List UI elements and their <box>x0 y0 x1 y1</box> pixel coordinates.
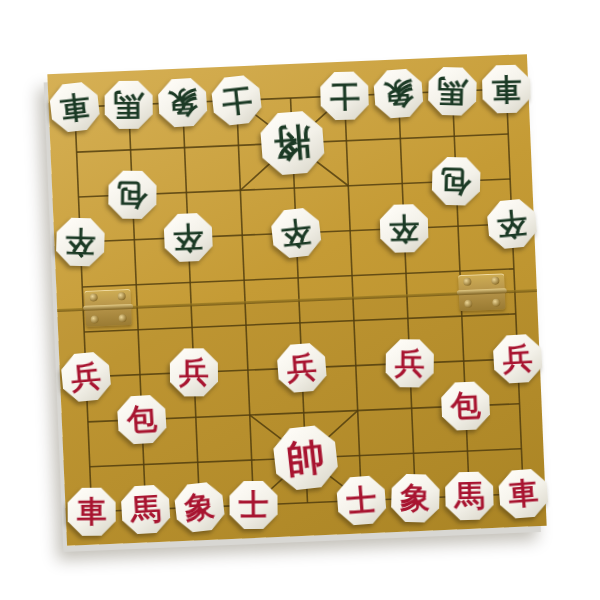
piece-body: 車 <box>68 488 116 536</box>
piece-glyph-horse: 馬 <box>437 76 468 107</box>
piece-body: 卒 <box>56 217 105 266</box>
piece-red-advisor[interactable]: 士 <box>229 481 277 529</box>
piece-body: 士 <box>210 74 263 127</box>
piece-red-horse[interactable]: 馬 <box>120 484 171 535</box>
piece-body: 車 <box>498 468 550 520</box>
piece-body: 包 <box>432 157 481 206</box>
piece-red-soldier[interactable]: 兵 <box>276 342 328 394</box>
piece-body: 象 <box>173 481 226 534</box>
piece-red-chariot[interactable]: 車 <box>498 468 550 520</box>
piece-black-horse[interactable]: 馬 <box>105 81 153 129</box>
piece-body: 馬 <box>445 471 494 520</box>
piece-body: 車 <box>48 81 101 134</box>
piece-red-horse[interactable]: 馬 <box>445 471 494 520</box>
piece-black-cannon[interactable]: 包 <box>108 171 157 220</box>
piece-black-cannon[interactable]: 包 <box>432 157 481 206</box>
xiangqi-set-photo: 車馬象士士象馬車將包包卒卒卒卒卒兵兵兵兵兵包包帥車馬象士士象馬車 <box>47 54 546 546</box>
piece-red-chariot[interactable]: 車 <box>68 488 116 536</box>
piece-body: 帥 <box>271 424 340 493</box>
piece-body: 兵 <box>276 342 328 394</box>
piece-red-soldier[interactable]: 兵 <box>386 339 435 388</box>
piece-glyph-chariot: 車 <box>77 497 107 527</box>
piece-black-elephant[interactable]: 象 <box>157 77 208 128</box>
piece-body: 馬 <box>120 484 171 535</box>
piece-body: 兵 <box>60 351 112 403</box>
piece-red-cannon[interactable]: 包 <box>116 394 167 445</box>
piece-glyph-soldier: 卒 <box>173 222 204 253</box>
piece-glyph-advisor: 士 <box>329 80 360 111</box>
piece-glyph-advisor: 士 <box>345 484 377 516</box>
piece-black-chariot[interactable]: 車 <box>482 64 531 113</box>
piece-black-elephant[interactable]: 象 <box>373 68 425 120</box>
piece-body: 將 <box>259 110 326 177</box>
piece-black-advisor[interactable]: 士 <box>210 74 263 127</box>
piece-glyph-chariot: 車 <box>491 74 522 105</box>
piece-body: 象 <box>373 68 425 120</box>
piece-glyph-soldier: 兵 <box>286 352 318 384</box>
piece-black-horse[interactable]: 馬 <box>428 67 477 116</box>
piece-glyph-advisor: 士 <box>238 490 268 520</box>
piece-glyph-cannon: 包 <box>441 166 472 197</box>
piece-glyph-cannon: 包 <box>450 390 481 421</box>
xiangqi-board[interactable]: 車馬象士士象馬車將包包卒卒卒卒卒兵兵兵兵兵包包帥車馬象士士象馬車 <box>47 54 546 546</box>
piece-body: 士 <box>320 71 369 120</box>
piece-glyph-soldier: 兵 <box>502 343 534 375</box>
piece-body: 士 <box>336 475 388 527</box>
piece-body: 兵 <box>492 333 543 384</box>
piece-body: 象 <box>391 474 440 523</box>
piece-body: 馬 <box>428 67 477 116</box>
piece-red-elephant[interactable]: 象 <box>173 481 226 534</box>
piece-glyph-cannon: 包 <box>117 180 147 210</box>
piece-black-soldier[interactable]: 卒 <box>163 213 213 263</box>
piece-glyph-soldier: 兵 <box>70 361 103 394</box>
piece-glyph-soldier: 兵 <box>179 357 209 387</box>
piece-glyph-soldier: 卒 <box>280 216 313 249</box>
piece-body: 士 <box>229 481 277 529</box>
piece-body: 包 <box>441 381 491 431</box>
piece-red-soldier[interactable]: 兵 <box>60 351 112 403</box>
piece-red-advisor[interactable]: 士 <box>336 475 388 527</box>
piece-black-chariot[interactable]: 車 <box>48 81 101 134</box>
piece-black-soldier[interactable]: 卒 <box>56 217 105 266</box>
piece-glyph-soldier: 卒 <box>496 208 529 241</box>
piece-glyph-soldier: 卒 <box>65 227 96 258</box>
piece-glyph-elephant: 象 <box>382 77 414 109</box>
piece-red-general[interactable]: 帥 <box>271 424 340 493</box>
piece-body: 包 <box>108 171 157 220</box>
piece-black-general[interactable]: 將 <box>259 110 326 177</box>
piece-glyph-cannon: 包 <box>126 404 158 436</box>
pieces-layer: 車馬象士士象馬車將包包卒卒卒卒卒兵兵兵兵兵包包帥車馬象士士象馬車 <box>47 54 546 546</box>
piece-glyph-horse: 馬 <box>454 481 485 512</box>
piece-body: 兵 <box>170 348 218 396</box>
piece-black-soldier[interactable]: 卒 <box>380 204 429 253</box>
piece-body: 兵 <box>386 339 435 388</box>
piece-glyph-general: 將 <box>272 123 313 164</box>
piece-red-soldier[interactable]: 兵 <box>170 348 218 396</box>
piece-body: 車 <box>482 64 531 113</box>
piece-glyph-general: 帥 <box>285 437 327 479</box>
piece-body: 包 <box>116 394 167 445</box>
piece-black-soldier[interactable]: 卒 <box>270 206 323 259</box>
piece-body: 象 <box>157 77 208 128</box>
piece-body: 卒 <box>486 198 538 250</box>
piece-glyph-elephant: 象 <box>183 491 216 524</box>
piece-body: 卒 <box>163 213 213 263</box>
piece-body: 卒 <box>380 204 429 253</box>
piece-glyph-elephant: 象 <box>167 87 199 119</box>
piece-body: 卒 <box>270 206 323 259</box>
piece-red-soldier[interactable]: 兵 <box>492 333 543 384</box>
piece-black-soldier[interactable]: 卒 <box>486 198 538 250</box>
piece-glyph-chariot: 車 <box>58 91 91 124</box>
piece-glyph-soldier: 兵 <box>395 348 425 378</box>
piece-red-cannon[interactable]: 包 <box>441 381 491 431</box>
piece-glyph-elephant: 象 <box>400 483 431 514</box>
piece-glyph-horse: 馬 <box>114 90 144 120</box>
piece-black-advisor[interactable]: 士 <box>320 71 369 120</box>
piece-glyph-soldier: 卒 <box>389 213 420 244</box>
piece-glyph-horse: 馬 <box>130 494 162 526</box>
piece-red-elephant[interactable]: 象 <box>391 474 440 523</box>
piece-glyph-advisor: 士 <box>220 84 253 117</box>
piece-body: 馬 <box>105 81 153 129</box>
piece-glyph-chariot: 車 <box>507 478 539 510</box>
